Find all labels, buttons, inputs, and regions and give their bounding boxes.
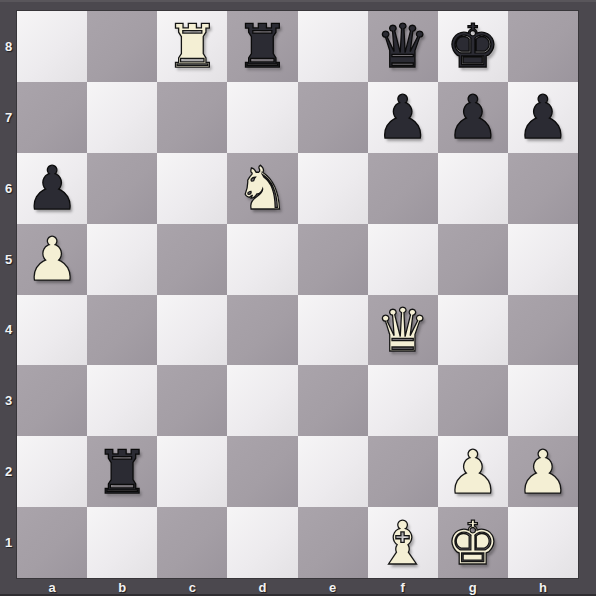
- square-e3[interactable]: [298, 365, 368, 436]
- black-rook-b2[interactable]: ♜: [95, 442, 149, 502]
- square-e7[interactable]: [298, 82, 368, 153]
- rank-label-3: 3: [0, 365, 17, 436]
- square-g3[interactable]: [438, 365, 508, 436]
- square-b1[interactable]: [87, 507, 157, 578]
- square-a1[interactable]: [17, 507, 87, 578]
- square-d3[interactable]: [227, 365, 297, 436]
- square-b8[interactable]: [87, 11, 157, 82]
- square-e1[interactable]: [298, 507, 368, 578]
- white-king-g1[interactable]: ♚: [446, 513, 500, 573]
- square-f8[interactable]: ♛: [368, 11, 438, 82]
- square-h3[interactable]: [508, 365, 578, 436]
- square-h4[interactable]: [508, 295, 578, 366]
- square-c2[interactable]: [157, 436, 227, 507]
- board-frame: 87654321 abcdefgh ♜♜♛♚♟♟♟♟♞♟♛♜♟♟♝♚: [0, 0, 596, 596]
- square-c4[interactable]: [157, 295, 227, 366]
- square-h7[interactable]: ♟: [508, 82, 578, 153]
- square-c1[interactable]: [157, 507, 227, 578]
- square-g7[interactable]: ♟: [438, 82, 508, 153]
- square-a3[interactable]: [17, 365, 87, 436]
- black-pawn-g7[interactable]: ♟: [446, 87, 500, 147]
- square-g4[interactable]: [438, 295, 508, 366]
- black-rook-d8[interactable]: ♜: [236, 16, 290, 76]
- square-e8[interactable]: [298, 11, 368, 82]
- square-b3[interactable]: [87, 365, 157, 436]
- rank-label-6: 6: [0, 153, 17, 224]
- white-pawn-h2[interactable]: ♟: [516, 442, 570, 502]
- file-labels: abcdefgh: [17, 578, 578, 596]
- white-knight-d6[interactable]: ♞: [236, 158, 290, 218]
- file-label-f: f: [368, 578, 438, 596]
- square-d7[interactable]: [227, 82, 297, 153]
- rank-label-4: 4: [0, 295, 17, 366]
- square-c5[interactable]: [157, 224, 227, 295]
- square-f4[interactable]: ♛: [368, 295, 438, 366]
- square-g8[interactable]: ♚: [438, 11, 508, 82]
- square-h2[interactable]: ♟: [508, 436, 578, 507]
- square-e5[interactable]: [298, 224, 368, 295]
- square-f1[interactable]: ♝: [368, 507, 438, 578]
- square-c8[interactable]: ♜: [157, 11, 227, 82]
- file-label-c: c: [157, 578, 227, 596]
- black-pawn-h7[interactable]: ♟: [516, 87, 570, 147]
- square-f5[interactable]: [368, 224, 438, 295]
- rank-label-2: 2: [0, 436, 17, 507]
- file-label-d: d: [227, 578, 297, 596]
- square-a7[interactable]: [17, 82, 87, 153]
- square-d8[interactable]: ♜: [227, 11, 297, 82]
- square-f2[interactable]: [368, 436, 438, 507]
- black-king-g8[interactable]: ♚: [446, 16, 500, 76]
- square-b4[interactable]: [87, 295, 157, 366]
- square-f7[interactable]: ♟: [368, 82, 438, 153]
- square-g2[interactable]: ♟: [438, 436, 508, 507]
- square-d4[interactable]: [227, 295, 297, 366]
- square-a2[interactable]: [17, 436, 87, 507]
- square-h8[interactable]: [508, 11, 578, 82]
- black-pawn-f7[interactable]: ♟: [376, 87, 430, 147]
- square-h5[interactable]: [508, 224, 578, 295]
- square-c7[interactable]: [157, 82, 227, 153]
- file-label-h: h: [508, 578, 578, 596]
- square-b7[interactable]: [87, 82, 157, 153]
- white-pawn-g2[interactable]: ♟: [446, 442, 500, 502]
- square-d6[interactable]: ♞: [227, 153, 297, 224]
- black-queen-f8[interactable]: ♛: [376, 16, 430, 76]
- square-h6[interactable]: [508, 153, 578, 224]
- black-pawn-a6[interactable]: ♟: [25, 158, 79, 218]
- square-a6[interactable]: ♟: [17, 153, 87, 224]
- white-pawn-a5[interactable]: ♟: [25, 229, 79, 289]
- square-f3[interactable]: [368, 365, 438, 436]
- square-g5[interactable]: [438, 224, 508, 295]
- file-label-b: b: [87, 578, 157, 596]
- file-label-e: e: [298, 578, 368, 596]
- white-bishop-f1[interactable]: ♝: [376, 513, 430, 573]
- square-a8[interactable]: [17, 11, 87, 82]
- square-e4[interactable]: [298, 295, 368, 366]
- square-b2[interactable]: ♜: [87, 436, 157, 507]
- square-f6[interactable]: [368, 153, 438, 224]
- square-c6[interactable]: [157, 153, 227, 224]
- square-a4[interactable]: [17, 295, 87, 366]
- rank-label-7: 7: [0, 82, 17, 153]
- white-queen-f4[interactable]: ♛: [376, 300, 430, 360]
- file-label-g: g: [438, 578, 508, 596]
- square-b5[interactable]: [87, 224, 157, 295]
- square-e6[interactable]: [298, 153, 368, 224]
- square-a5[interactable]: ♟: [17, 224, 87, 295]
- square-d2[interactable]: [227, 436, 297, 507]
- square-h1[interactable]: [508, 507, 578, 578]
- square-g6[interactable]: [438, 153, 508, 224]
- white-rook-c8[interactable]: ♜: [165, 16, 219, 76]
- rank-labels: 87654321: [0, 11, 17, 578]
- rank-label-1: 1: [0, 507, 17, 578]
- file-label-a: a: [17, 578, 87, 596]
- square-e2[interactable]: [298, 436, 368, 507]
- square-b6[interactable]: [87, 153, 157, 224]
- square-d5[interactable]: [227, 224, 297, 295]
- square-c3[interactable]: [157, 365, 227, 436]
- square-g1[interactable]: ♚: [438, 507, 508, 578]
- chess-board: ♜♜♛♚♟♟♟♟♞♟♛♜♟♟♝♚: [17, 11, 578, 578]
- rank-label-5: 5: [0, 224, 17, 295]
- square-d1[interactable]: [227, 507, 297, 578]
- rank-label-8: 8: [0, 11, 17, 82]
